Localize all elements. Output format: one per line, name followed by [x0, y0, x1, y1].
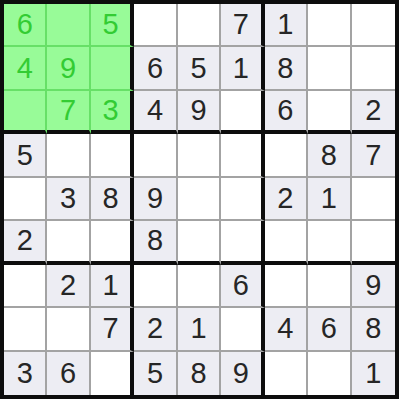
cell-r6c8[interactable]	[308, 221, 351, 264]
cell-r8c4[interactable]: 2	[134, 308, 177, 351]
cell-r7c1[interactable]	[4, 265, 47, 308]
sudoku-board: 6571496518734962587389212821697214683658…	[0, 0, 399, 399]
cell-r8c7[interactable]: 4	[265, 308, 308, 351]
cell-r5c5[interactable]	[178, 178, 221, 221]
cell-r1c9[interactable]	[352, 4, 395, 47]
cell-r7c5[interactable]	[178, 265, 221, 308]
cell-r4c6[interactable]	[221, 134, 264, 177]
cell-r7c8[interactable]	[308, 265, 351, 308]
cell-r9c2[interactable]: 6	[47, 352, 90, 395]
cell-r5c2[interactable]: 3	[47, 178, 90, 221]
cell-r5c7[interactable]: 2	[265, 178, 308, 221]
cell-r7c6[interactable]: 6	[221, 265, 264, 308]
cell-r1c8[interactable]	[308, 4, 351, 47]
cell-r3c9[interactable]: 2	[352, 91, 395, 134]
cell-r5c6[interactable]	[221, 178, 264, 221]
cell-r6c2[interactable]	[47, 221, 90, 264]
cell-r7c3[interactable]: 1	[91, 265, 134, 308]
cell-r2c9[interactable]	[352, 47, 395, 90]
cell-r4c3[interactable]	[91, 134, 134, 177]
cell-r8c8[interactable]: 6	[308, 308, 351, 351]
cell-r1c4[interactable]	[134, 4, 177, 47]
cell-r8c2[interactable]	[47, 308, 90, 351]
cell-r1c5[interactable]	[178, 4, 221, 47]
cell-r2c7[interactable]: 8	[265, 47, 308, 90]
cell-r7c7[interactable]	[265, 265, 308, 308]
cell-r9c9[interactable]: 1	[352, 352, 395, 395]
cell-r6c9[interactable]	[352, 221, 395, 264]
cell-r4c1[interactable]: 5	[4, 134, 47, 177]
cell-r2c3[interactable]	[91, 47, 134, 90]
cell-r2c8[interactable]	[308, 47, 351, 90]
cell-r4c5[interactable]	[178, 134, 221, 177]
cell-r9c8[interactable]	[308, 352, 351, 395]
cell-r9c7[interactable]	[265, 352, 308, 395]
cell-r6c5[interactable]	[178, 221, 221, 264]
cell-r9c3[interactable]	[91, 352, 134, 395]
cell-r4c2[interactable]	[47, 134, 90, 177]
cell-r6c1[interactable]: 2	[4, 221, 47, 264]
cell-r1c3[interactable]: 5	[91, 4, 134, 47]
cell-r3c6[interactable]	[221, 91, 264, 134]
cell-r5c1[interactable]	[4, 178, 47, 221]
cell-r5c3[interactable]: 8	[91, 178, 134, 221]
cell-r8c9[interactable]: 8	[352, 308, 395, 351]
cell-r3c1[interactable]	[4, 91, 47, 134]
cell-r6c3[interactable]	[91, 221, 134, 264]
cell-r8c6[interactable]	[221, 308, 264, 351]
cell-r1c6[interactable]: 7	[221, 4, 264, 47]
cell-r2c5[interactable]: 5	[178, 47, 221, 90]
cell-r4c8[interactable]: 8	[308, 134, 351, 177]
cell-r3c3[interactable]: 3	[91, 91, 134, 134]
cell-r5c8[interactable]: 1	[308, 178, 351, 221]
cell-r4c9[interactable]: 7	[352, 134, 395, 177]
cell-r1c7[interactable]: 1	[265, 4, 308, 47]
cell-r3c5[interactable]: 9	[178, 91, 221, 134]
cell-r3c8[interactable]	[308, 91, 351, 134]
cell-r2c4[interactable]: 6	[134, 47, 177, 90]
cell-r8c1[interactable]	[4, 308, 47, 351]
cell-r9c1[interactable]: 3	[4, 352, 47, 395]
cell-r4c7[interactable]	[265, 134, 308, 177]
cell-r3c7[interactable]: 6	[265, 91, 308, 134]
cell-r7c4[interactable]	[134, 265, 177, 308]
cell-r9c5[interactable]: 8	[178, 352, 221, 395]
cell-r5c9[interactable]	[352, 178, 395, 221]
cell-r9c4[interactable]: 5	[134, 352, 177, 395]
cell-r8c3[interactable]: 7	[91, 308, 134, 351]
cell-r4c4[interactable]	[134, 134, 177, 177]
cell-r6c6[interactable]	[221, 221, 264, 264]
cell-r2c1[interactable]: 4	[4, 47, 47, 90]
cell-r3c4[interactable]: 4	[134, 91, 177, 134]
cell-r6c7[interactable]	[265, 221, 308, 264]
cell-r5c4[interactable]: 9	[134, 178, 177, 221]
cell-r2c6[interactable]: 1	[221, 47, 264, 90]
sudoku-screenshot: 6571496518734962587389212821697214683658…	[0, 0, 399, 399]
cell-r9c6[interactable]: 9	[221, 352, 264, 395]
cell-r7c2[interactable]: 2	[47, 265, 90, 308]
cell-r1c1[interactable]: 6	[4, 4, 47, 47]
cell-r3c2[interactable]: 7	[47, 91, 90, 134]
cell-r7c9[interactable]: 9	[352, 265, 395, 308]
cell-r2c2[interactable]: 9	[47, 47, 90, 90]
cell-r6c4[interactable]: 8	[134, 221, 177, 264]
cell-r8c5[interactable]: 1	[178, 308, 221, 351]
cell-r1c2[interactable]	[47, 4, 90, 47]
